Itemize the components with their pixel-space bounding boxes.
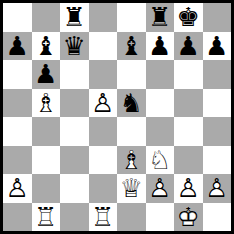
square-b2[interactable] — [32, 174, 61, 203]
black-queen: ♛ — [60, 32, 89, 61]
black-pawn: ♟ — [32, 60, 61, 89]
square-b4[interactable] — [32, 117, 61, 146]
square-c2[interactable] — [60, 174, 89, 203]
square-c1[interactable] — [60, 203, 89, 232]
square-b7[interactable]: ♝ — [32, 32, 61, 61]
white-pawn-fill: ♟ — [174, 174, 203, 203]
white-pawn: ♙ — [174, 174, 203, 203]
square-f3[interactable]: ♞♘ — [146, 146, 175, 175]
square-c4[interactable] — [60, 117, 89, 146]
square-h3[interactable] — [203, 146, 232, 175]
square-g8[interactable]: ♚ — [174, 3, 203, 32]
black-pawn: ♟ — [146, 32, 175, 61]
square-b1[interactable]: ♜♖ — [32, 203, 61, 232]
square-a3[interactable] — [3, 146, 32, 175]
white-rook: ♖ — [89, 203, 118, 232]
white-bishop-fill: ♝ — [32, 89, 61, 118]
chess-board-grid: ♜♜♚♟♝♛♝♟♟♟♟♝♗♟♙♞♝♗♞♘♟♙♛♕♟♙♟♙♟♙♜♖♜♖♚♔ — [3, 3, 231, 231]
square-d3[interactable] — [89, 146, 118, 175]
square-h4[interactable] — [203, 117, 232, 146]
square-h6[interactable] — [203, 60, 232, 89]
square-b5[interactable]: ♝♗ — [32, 89, 61, 118]
square-g7[interactable]: ♟ — [174, 32, 203, 61]
square-c8[interactable]: ♜ — [60, 3, 89, 32]
white-rook: ♖ — [32, 203, 61, 232]
square-d5[interactable]: ♟♙ — [89, 89, 118, 118]
white-pawn: ♙ — [146, 174, 175, 203]
square-g3[interactable] — [174, 146, 203, 175]
black-bishop: ♝ — [32, 32, 61, 61]
square-g4[interactable] — [174, 117, 203, 146]
square-h7[interactable]: ♟ — [203, 32, 232, 61]
white-knight: ♘ — [146, 146, 175, 175]
square-g1[interactable]: ♚♔ — [174, 203, 203, 232]
white-pawn: ♙ — [89, 89, 118, 118]
square-c6[interactable] — [60, 60, 89, 89]
square-a6[interactable] — [3, 60, 32, 89]
square-a1[interactable] — [3, 203, 32, 232]
square-d7[interactable] — [89, 32, 118, 61]
black-pawn: ♟ — [174, 32, 203, 61]
square-a5[interactable] — [3, 89, 32, 118]
white-pawn: ♙ — [3, 174, 32, 203]
square-h8[interactable] — [203, 3, 232, 32]
square-d4[interactable] — [89, 117, 118, 146]
square-d2[interactable] — [89, 174, 118, 203]
square-e1[interactable] — [117, 203, 146, 232]
white-queen-fill: ♛ — [117, 174, 146, 203]
white-king: ♔ — [174, 203, 203, 232]
black-pawn: ♟ — [203, 32, 232, 61]
black-knight: ♞ — [117, 89, 146, 118]
white-knight-fill: ♞ — [146, 146, 175, 175]
white-bishop: ♗ — [32, 89, 61, 118]
square-c7[interactable]: ♛ — [60, 32, 89, 61]
square-a2[interactable]: ♟♙ — [3, 174, 32, 203]
white-bishop: ♗ — [117, 146, 146, 175]
chess-board: ♜♜♚♟♝♛♝♟♟♟♟♝♗♟♙♞♝♗♞♘♟♙♛♕♟♙♟♙♟♙♜♖♜♖♚♔ — [0, 0, 234, 234]
black-rook: ♜ — [146, 3, 175, 32]
square-g2[interactable]: ♟♙ — [174, 174, 203, 203]
white-pawn-fill: ♟ — [146, 174, 175, 203]
white-pawn-fill: ♟ — [203, 174, 232, 203]
black-pawn: ♟ — [3, 32, 32, 61]
white-pawn-fill: ♟ — [89, 89, 118, 118]
square-b3[interactable] — [32, 146, 61, 175]
white-rook-fill: ♜ — [32, 203, 61, 232]
black-bishop: ♝ — [117, 32, 146, 61]
square-f8[interactable]: ♜ — [146, 3, 175, 32]
square-f7[interactable]: ♟ — [146, 32, 175, 61]
square-b8[interactable] — [32, 3, 61, 32]
square-e6[interactable] — [117, 60, 146, 89]
square-d8[interactable] — [89, 3, 118, 32]
square-f4[interactable] — [146, 117, 175, 146]
square-e3[interactable]: ♝♗ — [117, 146, 146, 175]
square-h1[interactable] — [203, 203, 232, 232]
black-king: ♚ — [174, 3, 203, 32]
square-a8[interactable] — [3, 3, 32, 32]
square-c3[interactable] — [60, 146, 89, 175]
square-d1[interactable]: ♜♖ — [89, 203, 118, 232]
square-b6[interactable]: ♟ — [32, 60, 61, 89]
square-e8[interactable] — [117, 3, 146, 32]
square-e2[interactable]: ♛♕ — [117, 174, 146, 203]
square-h2[interactable]: ♟♙ — [203, 174, 232, 203]
square-f2[interactable]: ♟♙ — [146, 174, 175, 203]
square-e4[interactable] — [117, 117, 146, 146]
square-f5[interactable] — [146, 89, 175, 118]
square-e5[interactable]: ♞ — [117, 89, 146, 118]
square-g5[interactable] — [174, 89, 203, 118]
white-queen: ♕ — [117, 174, 146, 203]
square-a4[interactable] — [3, 117, 32, 146]
white-rook-fill: ♜ — [89, 203, 118, 232]
square-h5[interactable] — [203, 89, 232, 118]
white-king-fill: ♚ — [174, 203, 203, 232]
square-e7[interactable]: ♝ — [117, 32, 146, 61]
white-pawn-fill: ♟ — [3, 174, 32, 203]
white-pawn: ♙ — [203, 174, 232, 203]
white-bishop-fill: ♝ — [117, 146, 146, 175]
square-f1[interactable] — [146, 203, 175, 232]
square-a7[interactable]: ♟ — [3, 32, 32, 61]
black-rook: ♜ — [60, 3, 89, 32]
square-g6[interactable] — [174, 60, 203, 89]
square-f6[interactable] — [146, 60, 175, 89]
square-c5[interactable] — [60, 89, 89, 118]
square-d6[interactable] — [89, 60, 118, 89]
